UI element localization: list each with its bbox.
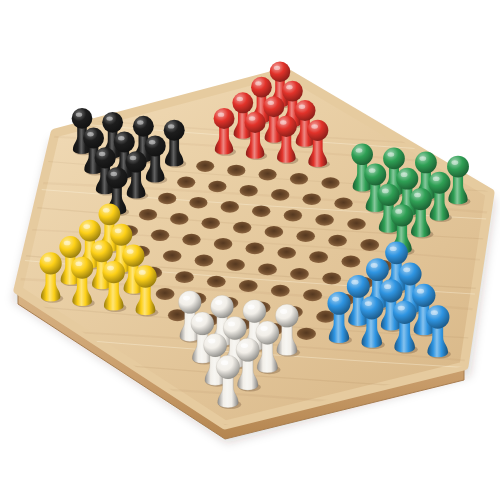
hole-r6c4 [221, 201, 239, 213]
hole-r8c5 [277, 247, 296, 259]
hole-r8c4 [246, 243, 265, 255]
hole-r9c6 [290, 268, 309, 280]
hole-r7c7 [328, 235, 347, 247]
hole-r7c1 [139, 209, 157, 221]
hole-r8c2 [182, 234, 200, 246]
hole-r5c4 [208, 181, 226, 193]
hole-r5c5 [240, 185, 258, 197]
hole-r10c7 [303, 289, 322, 301]
hole-r7c5 [265, 226, 284, 238]
hole-r12c8 [297, 328, 316, 340]
hole-r4c6 [259, 169, 277, 181]
hole-r10c4 [207, 276, 226, 288]
hole-r11c3 [156, 288, 175, 300]
product-photo-stage [0, 0, 500, 500]
hole-r8c3 [214, 238, 233, 250]
hole-r10c3 [175, 271, 194, 283]
hole-r4c8 [321, 177, 339, 189]
hole-r6c3 [189, 197, 207, 209]
hole-r8c6 [309, 251, 328, 263]
hole-r9c2 [163, 250, 182, 262]
chinese-checkers-board [0, 0, 500, 500]
hole-r4c4 [196, 161, 214, 172]
hole-r5c3 [177, 177, 195, 189]
hole-r9c4 [226, 259, 245, 271]
hole-r6c2 [158, 193, 176, 205]
hole-r8c1 [151, 230, 169, 242]
hole-r6c8 [347, 218, 366, 230]
hole-r5c8 [334, 198, 352, 210]
hole-r7c2 [170, 213, 188, 225]
hole-r7c3 [202, 217, 220, 229]
hole-r6c5 [252, 205, 270, 217]
hole-r8c7 [341, 256, 360, 268]
hole-r9c7 [322, 272, 341, 284]
hole-r5c6 [271, 189, 289, 201]
hole-r7c4 [233, 222, 251, 234]
hole-r10c6 [271, 285, 290, 297]
hole-r6c7 [315, 214, 334, 226]
hole-r10c5 [239, 280, 258, 292]
hole-r4c5 [227, 165, 245, 176]
hole-r5c7 [303, 193, 321, 205]
hole-r7c8 [360, 239, 379, 251]
hole-r6c6 [284, 210, 302, 222]
hole-r7c6 [296, 230, 315, 242]
hole-r9c3 [195, 255, 214, 267]
hole-r9c5 [258, 264, 277, 276]
hole-r4c7 [290, 173, 308, 185]
